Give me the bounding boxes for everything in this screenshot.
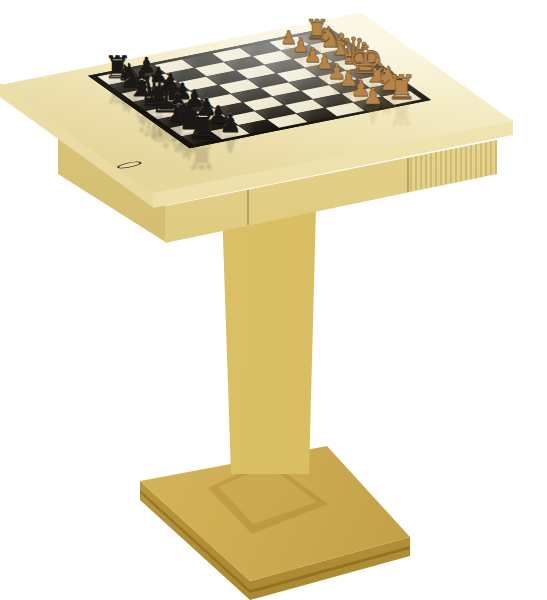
square-a8: [98, 71, 137, 85]
square-b1: [310, 39, 349, 53]
square-c7: [150, 82, 189, 96]
drawer-seam: [407, 158, 409, 192]
square-e5: [232, 88, 271, 102]
square-a7: [126, 65, 165, 79]
square-e2: [317, 71, 356, 85]
square-d5: [220, 80, 259, 94]
chess-table-product-photo: ♜♞♝♛♚♝♞♜♟♟♟♟♟♟♟♟♟♟♟♟♟♟♟♟♜♞♝♛♚♝♞♜ ♜♞♝♛♚♝♞…: [0, 0, 547, 600]
square-c5: [207, 71, 246, 85]
square-b5: [195, 62, 234, 76]
square-c8: [122, 88, 161, 102]
square-e3: [289, 77, 328, 91]
square-b2: [281, 45, 320, 59]
square-g6: [227, 111, 266, 125]
square-h4: [296, 108, 335, 122]
square-h7: [210, 125, 249, 139]
square-e1: [346, 65, 385, 79]
drawer-seam: [247, 190, 249, 225]
chess-board: [88, 28, 431, 149]
square-f7: [186, 108, 225, 122]
square-b4: [224, 57, 263, 71]
square-g3: [313, 94, 352, 108]
square-h1: [382, 91, 421, 105]
square-c2: [293, 54, 332, 68]
square-d6: [191, 85, 230, 99]
square-b8: [110, 80, 149, 94]
square-e6: [203, 94, 242, 108]
square-d2: [305, 62, 344, 76]
square-f2: [329, 80, 368, 94]
square-h2: [354, 97, 393, 111]
square-b7: [138, 74, 177, 88]
square-d8: [134, 97, 173, 111]
square-g7: [198, 117, 237, 131]
square-f1: [358, 74, 397, 88]
square-e4: [260, 82, 299, 96]
square-c1: [322, 48, 361, 62]
square-d7: [162, 91, 201, 105]
square-a2: [269, 37, 308, 51]
square-g8: [170, 122, 209, 136]
square-c4: [236, 65, 275, 79]
square-b3: [253, 51, 292, 65]
square-e8: [146, 105, 185, 119]
square-h3: [325, 102, 364, 116]
square-e7: [174, 100, 213, 114]
square-f3: [301, 85, 340, 99]
square-a6: [155, 59, 194, 73]
square-c3: [265, 59, 304, 73]
square-g2: [342, 88, 381, 102]
square-g1: [370, 82, 409, 96]
square-c6: [179, 77, 218, 91]
square-g5: [256, 105, 295, 119]
square-a4: [212, 48, 251, 62]
square-a3: [241, 42, 280, 56]
square-f8: [158, 114, 197, 128]
square-d4: [248, 74, 287, 88]
brand-logo-icon: [114, 160, 144, 169]
square-d3: [277, 68, 316, 82]
square-a5: [183, 54, 222, 68]
square-d1: [334, 57, 373, 71]
square-f5: [244, 97, 283, 111]
square-f4: [272, 91, 311, 105]
square-h5: [268, 114, 307, 128]
square-h6: [239, 120, 278, 134]
square-a1: [298, 31, 337, 45]
square-h8: [182, 131, 221, 145]
square-f6: [215, 102, 254, 116]
square-b6: [167, 68, 206, 82]
square-g4: [284, 100, 323, 114]
